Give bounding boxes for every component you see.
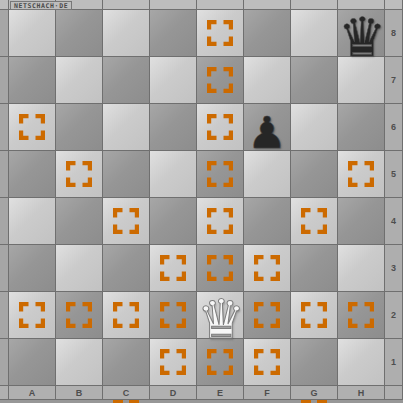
square-f2[interactable] <box>244 292 290 338</box>
square-a1[interactable] <box>9 339 55 385</box>
square-g4[interactable] <box>291 198 337 244</box>
square-b6[interactable] <box>56 104 102 150</box>
square-g2[interactable] <box>291 292 337 338</box>
square-e3[interactable] <box>197 245 243 291</box>
square-c2[interactable] <box>103 292 149 338</box>
square-g8[interactable] <box>291 10 337 56</box>
legal-move-marker <box>254 255 280 281</box>
left-margin-strip <box>0 198 8 244</box>
file-label-b: B <box>56 386 102 399</box>
topbar-right-corner <box>385 0 402 9</box>
left-margin-strip <box>0 10 8 56</box>
square-e8[interactable] <box>197 10 243 56</box>
square-c8[interactable] <box>103 10 149 56</box>
legal-move-marker <box>19 302 45 328</box>
legal-move-marker <box>348 161 374 187</box>
rank-label-5: 5 <box>385 151 402 197</box>
square-b2[interactable] <box>56 292 102 338</box>
black-queen[interactable]: ♛ <box>338 11 384 65</box>
rank-label-2: 2 <box>385 292 402 338</box>
left-margin-strip <box>0 245 8 291</box>
square-a4[interactable] <box>9 198 55 244</box>
legal-move-marker <box>19 114 45 140</box>
legal-move-marker <box>66 161 92 187</box>
rank-label-1: 1 <box>385 339 402 385</box>
square-d1[interactable] <box>150 339 196 385</box>
legal-move-marker <box>113 302 139 328</box>
square-g3[interactable] <box>291 245 337 291</box>
square-d3[interactable] <box>150 245 196 291</box>
square-f6[interactable]: ♟ <box>244 104 290 150</box>
square-e5[interactable] <box>197 151 243 197</box>
square-c3[interactable] <box>103 245 149 291</box>
black-pawn[interactable]: ♟ <box>244 111 290 155</box>
square-h5[interactable] <box>338 151 384 197</box>
legal-move-marker <box>160 302 186 328</box>
rank-label-3: 3 <box>385 245 402 291</box>
left-margin-strip <box>0 57 8 103</box>
square-a6[interactable] <box>9 104 55 150</box>
square-d6[interactable] <box>150 104 196 150</box>
square-g6[interactable] <box>291 104 337 150</box>
square-h4[interactable] <box>338 198 384 244</box>
file-label-e: E <box>197 386 243 399</box>
square-f1[interactable] <box>244 339 290 385</box>
topbar-cell <box>244 0 290 9</box>
chess-app: ♛87♟6543♛21ABCDEFGH NETSCHACH·DE <box>0 0 403 403</box>
square-a8[interactable] <box>9 10 55 56</box>
square-e6[interactable] <box>197 104 243 150</box>
file-label-c: C <box>103 386 149 399</box>
topbar-cell <box>197 0 243 9</box>
square-a3[interactable] <box>9 245 55 291</box>
square-f3[interactable] <box>244 245 290 291</box>
square-b7[interactable] <box>56 57 102 103</box>
file-label-a: A <box>9 386 55 399</box>
file-label-d: D <box>150 386 196 399</box>
site-logo: NETSCHACH·DE <box>10 1 72 10</box>
bottom-corner <box>385 386 402 399</box>
square-e7[interactable] <box>197 57 243 103</box>
square-c5[interactable] <box>103 151 149 197</box>
square-b4[interactable] <box>56 198 102 244</box>
topbar-left-corner <box>0 0 8 9</box>
square-d2[interactable] <box>150 292 196 338</box>
square-c1[interactable] <box>103 339 149 385</box>
legal-move-marker <box>301 302 327 328</box>
file-label-f: F <box>244 386 290 399</box>
left-margin-strip <box>0 292 8 338</box>
legal-move-marker <box>207 67 233 93</box>
rank-label-7: 7 <box>385 57 402 103</box>
square-e2[interactable]: ♛ <box>197 292 243 338</box>
legal-move-marker <box>207 208 233 234</box>
file-label-g: G <box>291 386 337 399</box>
legal-move-marker <box>160 255 186 281</box>
square-g1[interactable] <box>291 339 337 385</box>
square-f7[interactable] <box>244 57 290 103</box>
square-h8[interactable]: ♛ <box>338 10 384 56</box>
square-h3[interactable] <box>338 245 384 291</box>
square-a5[interactable] <box>9 151 55 197</box>
left-margin-strip <box>0 104 8 150</box>
chess-board: ♛87♟6543♛21ABCDEFGH <box>0 0 402 399</box>
square-g7[interactable] <box>291 57 337 103</box>
legal-move-marker <box>207 20 233 46</box>
square-b1[interactable] <box>56 339 102 385</box>
rank-label-6: 6 <box>385 104 402 150</box>
square-h1[interactable] <box>338 339 384 385</box>
topbar-cell <box>291 0 337 9</box>
square-e4[interactable] <box>197 198 243 244</box>
square-c6[interactable] <box>103 104 149 150</box>
rank-label-4: 4 <box>385 198 402 244</box>
square-d7[interactable] <box>150 57 196 103</box>
bottom-corner <box>0 386 8 399</box>
legal-move-marker <box>207 255 233 281</box>
topbar-cell <box>150 0 196 9</box>
square-h6[interactable] <box>338 104 384 150</box>
legal-move-marker <box>207 161 233 187</box>
left-margin-strip <box>0 151 8 197</box>
square-c7[interactable] <box>103 57 149 103</box>
legal-move-marker <box>254 349 280 375</box>
file-label-h: H <box>338 386 384 399</box>
square-g5[interactable] <box>291 151 337 197</box>
legal-move-marker <box>348 302 374 328</box>
rank-label-8: 8 <box>385 10 402 56</box>
legal-move-marker <box>66 302 92 328</box>
legal-move-marker <box>207 114 233 140</box>
square-b5[interactable] <box>56 151 102 197</box>
square-d5[interactable] <box>150 151 196 197</box>
square-f4[interactable] <box>244 198 290 244</box>
left-margin-strip <box>0 339 8 385</box>
square-a7[interactable] <box>9 57 55 103</box>
square-h2[interactable] <box>338 292 384 338</box>
topbar-cell <box>103 0 149 9</box>
square-b8[interactable] <box>56 10 102 56</box>
legal-move-marker <box>254 302 280 328</box>
square-b3[interactable] <box>56 245 102 291</box>
square-a2[interactable] <box>9 292 55 338</box>
square-d8[interactable] <box>150 10 196 56</box>
white-queen[interactable]: ♛ <box>197 293 243 347</box>
legal-move-marker <box>301 208 327 234</box>
legal-move-marker <box>207 349 233 375</box>
square-c4[interactable] <box>103 198 149 244</box>
square-f8[interactable] <box>244 10 290 56</box>
square-d4[interactable] <box>150 198 196 244</box>
legal-move-marker <box>160 349 186 375</box>
legal-move-marker <box>113 208 139 234</box>
